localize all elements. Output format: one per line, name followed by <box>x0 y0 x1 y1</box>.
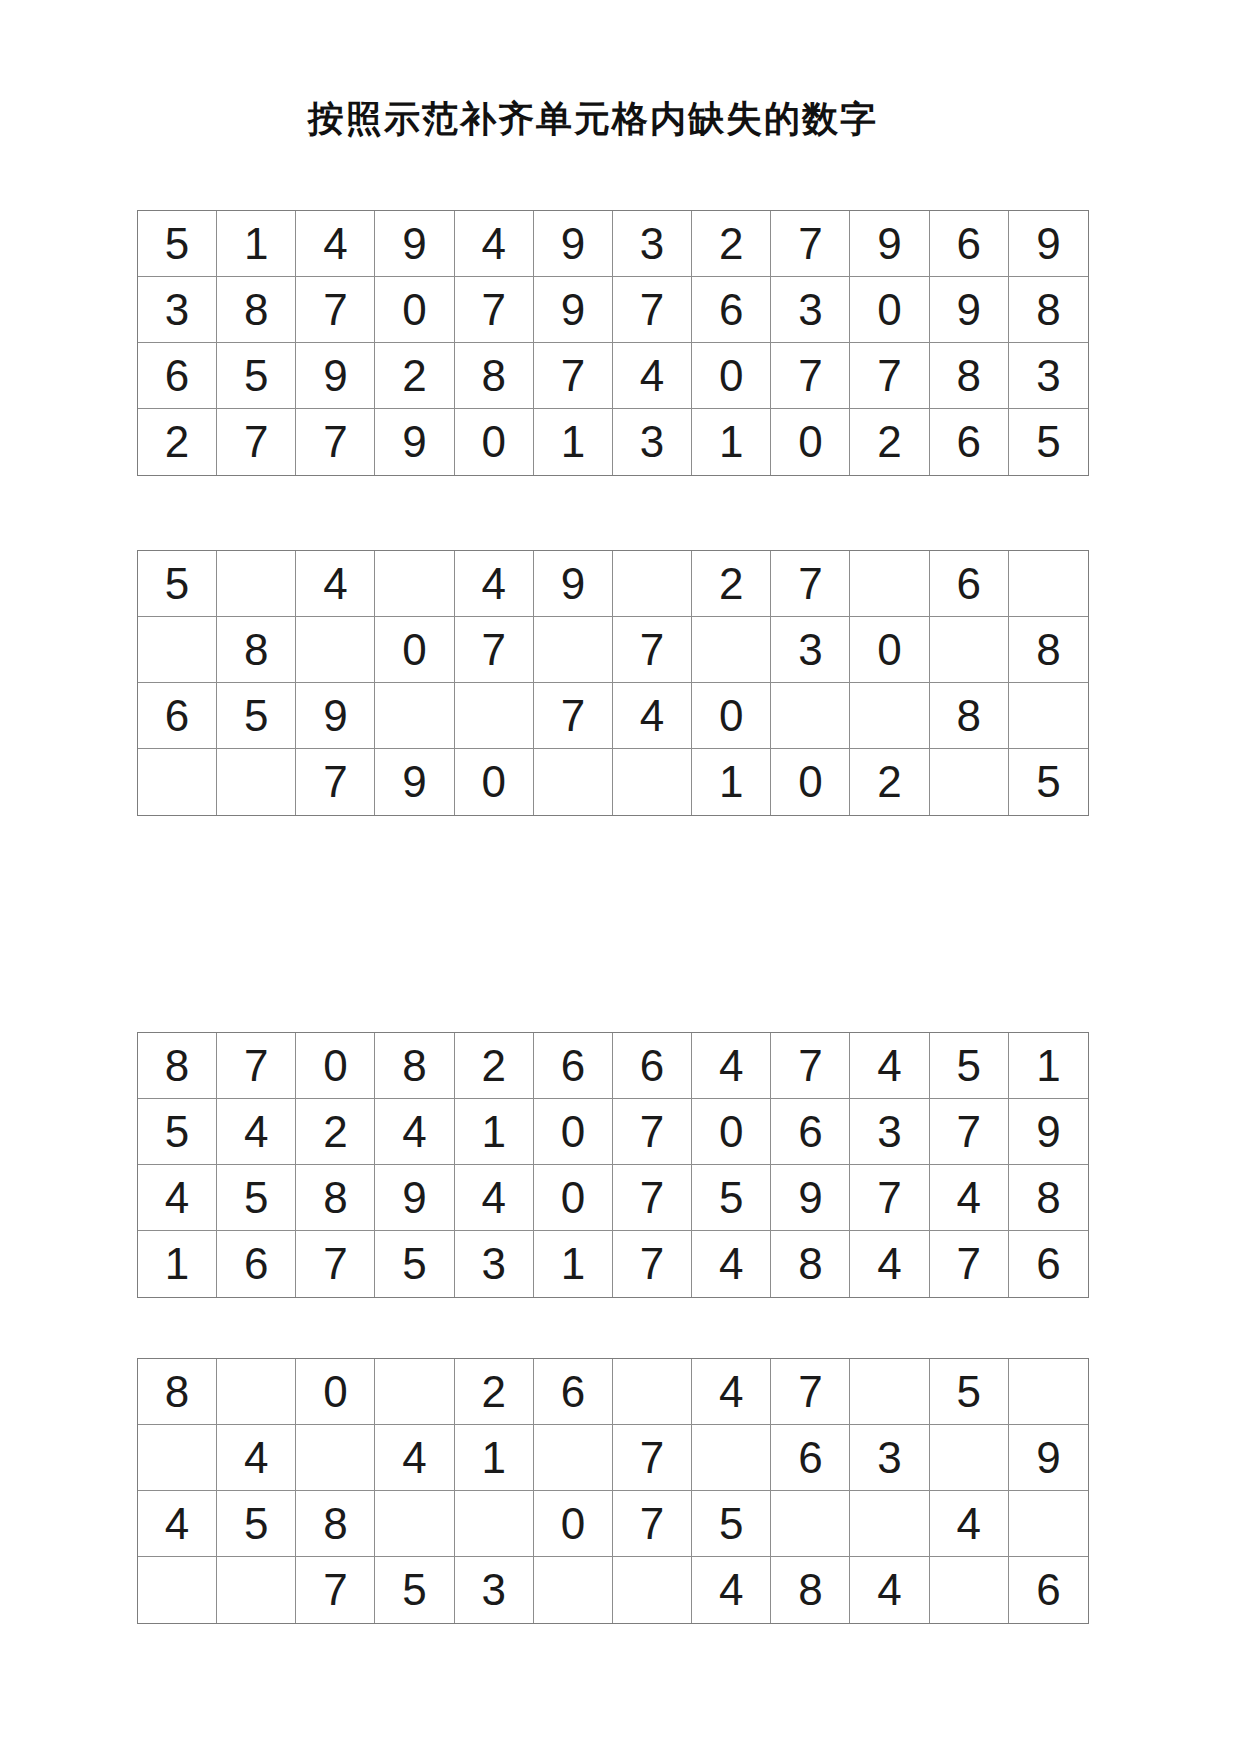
digit-cell: 9 <box>850 211 929 277</box>
digit-cell: 3 <box>1009 343 1088 409</box>
empty-fill-cell[interactable] <box>613 1359 692 1425</box>
digit-cell: 7 <box>771 551 850 617</box>
digit-cell: 0 <box>771 749 850 815</box>
digit-cell: 4 <box>296 211 375 277</box>
digit-cell: 6 <box>1009 1231 1088 1297</box>
digit-cell: 0 <box>771 409 850 475</box>
digit-cell: 1 <box>455 1099 534 1165</box>
empty-fill-cell[interactable] <box>613 1557 692 1623</box>
digit-cell: 4 <box>850 1231 929 1297</box>
digit-cell: 8 <box>217 617 296 683</box>
digit-cell: 3 <box>613 409 692 475</box>
digit-cell: 4 <box>138 1165 217 1231</box>
digit-cell: 7 <box>455 617 534 683</box>
digit-cell: 7 <box>296 409 375 475</box>
digit-cell: 8 <box>296 1491 375 1557</box>
digit-cell: 0 <box>375 617 454 683</box>
puzzle-grid-2: 8026475441763945807547534846 <box>137 1358 1089 1624</box>
digit-cell: 6 <box>930 211 1009 277</box>
empty-fill-cell[interactable] <box>850 683 929 749</box>
empty-fill-cell[interactable] <box>771 683 850 749</box>
digit-cell: 4 <box>375 1425 454 1491</box>
digit-cell: 7 <box>930 1231 1009 1297</box>
digit-cell: 6 <box>692 277 771 343</box>
digit-cell: 4 <box>850 1033 929 1099</box>
digit-cell: 7 <box>850 1165 929 1231</box>
empty-fill-cell[interactable] <box>534 617 613 683</box>
digit-cell: 1 <box>692 749 771 815</box>
digit-cell: 5 <box>1009 749 1088 815</box>
digit-cell: 1 <box>455 1425 534 1491</box>
digit-cell: 9 <box>1009 1099 1088 1165</box>
empty-fill-cell[interactable] <box>455 1491 534 1557</box>
digit-cell: 6 <box>771 1099 850 1165</box>
example-grid-2: 8708266474515424107063794589407597481675… <box>137 1032 1089 1298</box>
digit-cell: 6 <box>930 409 1009 475</box>
digit-cell: 5 <box>375 1231 454 1297</box>
empty-fill-cell[interactable] <box>375 683 454 749</box>
digit-cell: 4 <box>930 1165 1009 1231</box>
digit-cell: 5 <box>138 551 217 617</box>
worksheet-page: 按照示范补齐单元格内缺失的数字 514949327969387079763098… <box>0 0 1240 1754</box>
digit-cell: 9 <box>930 277 1009 343</box>
digit-cell: 3 <box>138 277 217 343</box>
empty-fill-cell[interactable] <box>930 1557 1009 1623</box>
digit-cell: 0 <box>455 749 534 815</box>
digit-cell: 7 <box>455 277 534 343</box>
digit-cell: 4 <box>613 683 692 749</box>
digit-cell: 0 <box>534 1491 613 1557</box>
digit-cell: 5 <box>930 1359 1009 1425</box>
digit-cell: 6 <box>138 683 217 749</box>
digit-cell: 7 <box>296 1231 375 1297</box>
empty-fill-cell[interactable] <box>138 749 217 815</box>
digit-cell: 4 <box>455 551 534 617</box>
digit-cell: 4 <box>217 1099 296 1165</box>
digit-cell: 6 <box>534 1033 613 1099</box>
digit-cell: 8 <box>455 343 534 409</box>
digit-cell: 3 <box>850 1425 929 1491</box>
digit-cell: 2 <box>375 343 454 409</box>
empty-fill-cell[interactable] <box>1009 683 1088 749</box>
digit-cell: 7 <box>534 683 613 749</box>
digit-cell: 0 <box>455 409 534 475</box>
digit-cell: 9 <box>1009 211 1088 277</box>
digit-cell: 4 <box>217 1425 296 1491</box>
digit-cell: 7 <box>296 749 375 815</box>
digit-cell: 8 <box>375 1033 454 1099</box>
digit-cell: 4 <box>692 1557 771 1623</box>
digit-cell: 1 <box>534 409 613 475</box>
digit-cell: 7 <box>771 211 850 277</box>
empty-fill-cell[interactable] <box>534 1425 613 1491</box>
empty-fill-cell[interactable] <box>930 749 1009 815</box>
empty-fill-cell[interactable] <box>850 551 929 617</box>
empty-fill-cell[interactable] <box>692 1425 771 1491</box>
digit-cell: 5 <box>692 1165 771 1231</box>
digit-cell: 8 <box>1009 277 1088 343</box>
empty-fill-cell[interactable] <box>217 551 296 617</box>
digit-cell: 9 <box>375 1165 454 1231</box>
digit-cell: 7 <box>771 343 850 409</box>
digit-cell: 8 <box>296 1165 375 1231</box>
digit-cell: 2 <box>296 1099 375 1165</box>
empty-fill-cell[interactable] <box>217 1359 296 1425</box>
digit-cell: 4 <box>692 1359 771 1425</box>
digit-cell: 9 <box>375 211 454 277</box>
digit-cell: 0 <box>692 343 771 409</box>
empty-fill-cell[interactable] <box>850 1359 929 1425</box>
digit-cell: 7 <box>613 1099 692 1165</box>
empty-fill-cell[interactable] <box>534 749 613 815</box>
digit-cell: 9 <box>771 1165 850 1231</box>
empty-fill-cell[interactable] <box>138 1557 217 1623</box>
digit-cell: 6 <box>613 1033 692 1099</box>
empty-fill-cell[interactable] <box>217 1557 296 1623</box>
puzzle-grid-1: 5449276807730865974087901025 <box>137 550 1089 816</box>
page-title: 按照示范补齐单元格内缺失的数字 <box>118 0 1068 144</box>
digit-cell: 6 <box>1009 1557 1088 1623</box>
empty-fill-cell[interactable] <box>375 1491 454 1557</box>
digit-cell: 8 <box>217 277 296 343</box>
digit-cell: 1 <box>1009 1033 1088 1099</box>
digit-cell: 3 <box>850 1099 929 1165</box>
digit-cell: 5 <box>1009 409 1088 475</box>
empty-fill-cell[interactable] <box>1009 551 1088 617</box>
digit-cell: 6 <box>930 551 1009 617</box>
digit-cell: 4 <box>692 1231 771 1297</box>
digit-cell: 8 <box>138 1033 217 1099</box>
digit-cell: 7 <box>850 343 929 409</box>
digit-cell: 0 <box>850 277 929 343</box>
digit-cell: 7 <box>613 277 692 343</box>
digit-cell: 2 <box>692 211 771 277</box>
digit-cell: 8 <box>930 683 1009 749</box>
digit-cell: 4 <box>455 211 534 277</box>
digit-cell: 7 <box>771 1033 850 1099</box>
digit-cell: 4 <box>375 1099 454 1165</box>
digit-cell: 9 <box>1009 1425 1088 1491</box>
digit-cell: 4 <box>850 1557 929 1623</box>
empty-fill-cell[interactable] <box>138 1425 217 1491</box>
empty-fill-cell[interactable] <box>375 1359 454 1425</box>
empty-fill-cell[interactable] <box>1009 1359 1088 1425</box>
digit-cell: 3 <box>771 617 850 683</box>
digit-cell: 9 <box>534 551 613 617</box>
empty-fill-cell[interactable] <box>930 617 1009 683</box>
empty-fill-cell[interactable] <box>1009 1491 1088 1557</box>
digit-cell: 7 <box>296 277 375 343</box>
digit-cell: 6 <box>138 343 217 409</box>
digit-cell: 1 <box>138 1231 217 1297</box>
digit-cell: 0 <box>296 1359 375 1425</box>
digit-cell: 8 <box>771 1231 850 1297</box>
empty-fill-cell[interactable] <box>138 617 217 683</box>
digit-cell: 5 <box>217 343 296 409</box>
digit-cell: 3 <box>613 211 692 277</box>
digit-cell: 1 <box>534 1231 613 1297</box>
empty-fill-cell[interactable] <box>771 1491 850 1557</box>
digit-cell: 7 <box>613 1425 692 1491</box>
empty-fill-cell[interactable] <box>613 749 692 815</box>
digit-cell: 5 <box>217 683 296 749</box>
digit-cell: 0 <box>296 1033 375 1099</box>
digit-cell: 5 <box>375 1557 454 1623</box>
digit-cell: 8 <box>771 1557 850 1623</box>
digit-cell: 8 <box>930 343 1009 409</box>
empty-fill-cell[interactable] <box>930 1425 1009 1491</box>
digit-cell: 0 <box>692 683 771 749</box>
digit-cell: 0 <box>850 617 929 683</box>
empty-fill-cell[interactable] <box>850 1491 929 1557</box>
digit-cell: 3 <box>455 1231 534 1297</box>
digit-cell: 9 <box>375 409 454 475</box>
empty-fill-cell[interactable] <box>534 1557 613 1623</box>
digit-cell: 6 <box>534 1359 613 1425</box>
digit-cell: 5 <box>217 1491 296 1557</box>
digit-cell: 7 <box>613 1165 692 1231</box>
digit-cell: 1 <box>217 211 296 277</box>
digit-cell: 0 <box>692 1099 771 1165</box>
digit-cell: 2 <box>138 409 217 475</box>
digit-cell: 5 <box>138 1099 217 1165</box>
empty-fill-cell[interactable] <box>217 749 296 815</box>
digit-cell: 5 <box>930 1033 1009 1099</box>
digit-cell: 7 <box>771 1359 850 1425</box>
digit-cell: 3 <box>455 1557 534 1623</box>
digit-cell: 5 <box>138 211 217 277</box>
digit-cell: 7 <box>217 1033 296 1099</box>
digit-cell: 4 <box>138 1491 217 1557</box>
empty-fill-cell[interactable] <box>375 551 454 617</box>
digit-cell: 2 <box>850 749 929 815</box>
digit-cell: 7 <box>613 617 692 683</box>
digit-cell: 9 <box>296 683 375 749</box>
digit-cell: 0 <box>534 1099 613 1165</box>
digit-cell: 0 <box>375 277 454 343</box>
empty-fill-cell[interactable] <box>455 683 534 749</box>
digit-cell: 8 <box>1009 1165 1088 1231</box>
digit-cell: 1 <box>692 409 771 475</box>
digit-cell: 7 <box>217 409 296 475</box>
digit-cell: 5 <box>217 1165 296 1231</box>
digit-cell: 4 <box>613 343 692 409</box>
digit-cell: 9 <box>534 211 613 277</box>
digit-cell: 9 <box>534 277 613 343</box>
empty-fill-cell[interactable] <box>613 551 692 617</box>
digit-cell: 6 <box>217 1231 296 1297</box>
empty-fill-cell[interactable] <box>296 617 375 683</box>
digit-cell: 7 <box>534 343 613 409</box>
empty-fill-cell[interactable] <box>692 617 771 683</box>
digit-cell: 7 <box>930 1099 1009 1165</box>
digit-cell: 6 <box>771 1425 850 1491</box>
digit-cell: 8 <box>1009 617 1088 683</box>
digit-cell: 7 <box>613 1491 692 1557</box>
digit-cell: 4 <box>930 1491 1009 1557</box>
digit-cell: 7 <box>613 1231 692 1297</box>
digit-cell: 2 <box>692 551 771 617</box>
empty-fill-cell[interactable] <box>296 1425 375 1491</box>
digit-cell: 9 <box>296 343 375 409</box>
digit-cell: 2 <box>850 409 929 475</box>
digit-cell: 4 <box>455 1165 534 1231</box>
digit-cell: 8 <box>138 1359 217 1425</box>
digit-cell: 2 <box>455 1359 534 1425</box>
example-grid-1: 5149493279693870797630986592874077832779… <box>137 210 1089 476</box>
digit-cell: 0 <box>534 1165 613 1231</box>
digit-cell: 9 <box>375 749 454 815</box>
digit-cell: 7 <box>296 1557 375 1623</box>
digit-cell: 3 <box>771 277 850 343</box>
digit-cell: 5 <box>692 1491 771 1557</box>
digit-cell: 4 <box>296 551 375 617</box>
digit-cell: 2 <box>455 1033 534 1099</box>
digit-cell: 4 <box>692 1033 771 1099</box>
